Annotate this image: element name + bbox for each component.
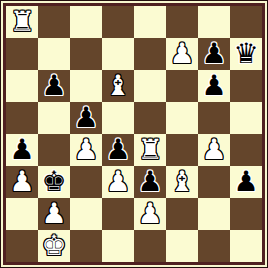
square-c7[interactable]: [70, 38, 102, 70]
piece-black-pawn: ♟: [73, 102, 98, 134]
piece-black-pawn: ♟: [105, 134, 130, 166]
square-h2[interactable]: [230, 198, 262, 230]
piece-black-king: ♚: [41, 166, 66, 198]
square-g1[interactable]: [198, 230, 230, 262]
square-f1[interactable]: [166, 230, 198, 262]
chess-board: ♜♟♟♛♟♝♟♟♟♟♟♜♟♟♚♟♟♝♟♟♟♚: [6, 6, 262, 262]
square-h6[interactable]: [230, 70, 262, 102]
square-c6[interactable]: [70, 70, 102, 102]
square-f7[interactable]: ♟: [166, 38, 198, 70]
square-a3[interactable]: ♟: [6, 166, 38, 198]
piece-white-pawn: ♟: [105, 166, 130, 198]
square-b4[interactable]: [38, 134, 70, 166]
piece-white-pawn: ♟: [9, 166, 34, 198]
square-d5[interactable]: [102, 102, 134, 134]
square-a5[interactable]: [6, 102, 38, 134]
square-e8[interactable]: [134, 6, 166, 38]
square-g5[interactable]: [198, 102, 230, 134]
square-e3[interactable]: ♟: [134, 166, 166, 198]
square-a7[interactable]: [6, 38, 38, 70]
square-d8[interactable]: [102, 6, 134, 38]
square-a2[interactable]: [6, 198, 38, 230]
square-e1[interactable]: [134, 230, 166, 262]
piece-black-pawn: ♟: [9, 134, 34, 166]
square-f6[interactable]: [166, 70, 198, 102]
square-g2[interactable]: [198, 198, 230, 230]
square-g4[interactable]: ♟: [198, 134, 230, 166]
square-f3[interactable]: ♝: [166, 166, 198, 198]
piece-white-pawn: ♟: [41, 198, 66, 230]
square-e2[interactable]: ♟: [134, 198, 166, 230]
square-b6[interactable]: ♟: [38, 70, 70, 102]
square-f4[interactable]: [166, 134, 198, 166]
square-d6[interactable]: ♝: [102, 70, 134, 102]
square-c1[interactable]: [70, 230, 102, 262]
square-g3[interactable]: [198, 166, 230, 198]
square-a6[interactable]: [6, 70, 38, 102]
chess-board-frame: ♜♟♟♛♟♝♟♟♟♟♟♜♟♟♚♟♟♝♟♟♟♚: [0, 0, 268, 268]
square-h3[interactable]: ♟: [230, 166, 262, 198]
piece-black-queen: ♛: [233, 38, 258, 70]
square-b2[interactable]: ♟: [38, 198, 70, 230]
square-a4[interactable]: ♟: [6, 134, 38, 166]
piece-black-pawn: ♟: [201, 38, 226, 70]
piece-white-bishop: ♝: [105, 70, 130, 102]
square-b8[interactable]: [38, 6, 70, 38]
piece-white-king: ♚: [41, 230, 66, 262]
square-b3[interactable]: ♚: [38, 166, 70, 198]
piece-white-pawn: ♟: [137, 198, 162, 230]
square-f2[interactable]: [166, 198, 198, 230]
square-d3[interactable]: ♟: [102, 166, 134, 198]
square-e6[interactable]: [134, 70, 166, 102]
square-a1[interactable]: [6, 230, 38, 262]
piece-black-pawn: ♟: [201, 70, 226, 102]
square-g8[interactable]: [198, 6, 230, 38]
piece-white-bishop: ♝: [169, 166, 194, 198]
square-f5[interactable]: [166, 102, 198, 134]
square-d1[interactable]: [102, 230, 134, 262]
square-h1[interactable]: [230, 230, 262, 262]
piece-white-rook: ♜: [9, 6, 34, 38]
square-c2[interactable]: [70, 198, 102, 230]
square-b1[interactable]: ♚: [38, 230, 70, 262]
square-d4[interactable]: ♟: [102, 134, 134, 166]
square-e4[interactable]: ♜: [134, 134, 166, 166]
square-b5[interactable]: [38, 102, 70, 134]
piece-black-pawn: ♟: [41, 70, 66, 102]
square-h7[interactable]: ♛: [230, 38, 262, 70]
piece-white-pawn: ♟: [169, 38, 194, 70]
square-d2[interactable]: [102, 198, 134, 230]
piece-black-pawn: ♟: [233, 166, 258, 198]
piece-white-pawn: ♟: [73, 134, 98, 166]
square-e7[interactable]: [134, 38, 166, 70]
square-c3[interactable]: [70, 166, 102, 198]
square-b7[interactable]: [38, 38, 70, 70]
square-g7[interactable]: ♟: [198, 38, 230, 70]
square-c5[interactable]: ♟: [70, 102, 102, 134]
square-a8[interactable]: ♜: [6, 6, 38, 38]
square-c4[interactable]: ♟: [70, 134, 102, 166]
square-c8[interactable]: [70, 6, 102, 38]
square-d7[interactable]: [102, 38, 134, 70]
piece-white-rook: ♜: [137, 134, 162, 166]
square-h5[interactable]: [230, 102, 262, 134]
chess-board-inner-frame: ♜♟♟♛♟♝♟♟♟♟♟♜♟♟♚♟♟♝♟♟♟♚: [3, 3, 265, 265]
square-e5[interactable]: [134, 102, 166, 134]
square-h8[interactable]: [230, 6, 262, 38]
square-f8[interactable]: [166, 6, 198, 38]
piece-black-pawn: ♟: [137, 166, 162, 198]
square-h4[interactable]: [230, 134, 262, 166]
piece-white-pawn: ♟: [201, 134, 226, 166]
square-g6[interactable]: ♟: [198, 70, 230, 102]
